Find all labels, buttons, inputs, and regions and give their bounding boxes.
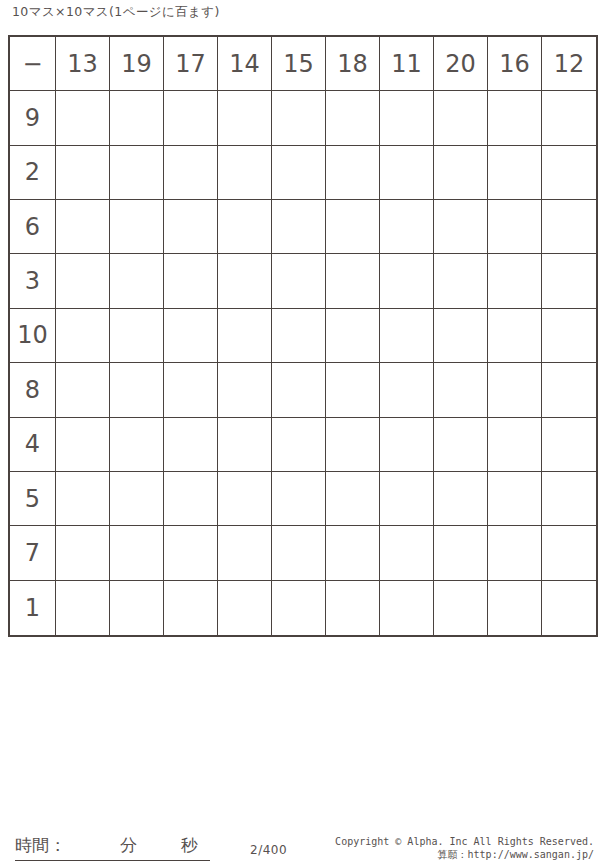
- answer-cell: [488, 418, 542, 472]
- answer-cell: [326, 91, 380, 145]
- row-header-cell: 4: [10, 418, 56, 472]
- row-header-cell: 8: [10, 363, 56, 417]
- answer-cell: [488, 363, 542, 417]
- answer-cell: [542, 200, 596, 254]
- answer-cell: [434, 418, 488, 472]
- answer-cell: [542, 418, 596, 472]
- answer-cell: [488, 200, 542, 254]
- answer-cell: [326, 254, 380, 308]
- answer-cell: [326, 581, 380, 635]
- page-title: 10マス×10マス(1ページに百ます): [12, 4, 220, 21]
- answer-cell: [272, 472, 326, 526]
- answer-cell: [56, 254, 110, 308]
- answer-cell: [488, 472, 542, 526]
- row-header-cell: 2: [10, 146, 56, 200]
- copyright-line2: 算願：http://www.sangan.jp/: [335, 849, 594, 862]
- answer-cell: [272, 363, 326, 417]
- answer-cell: [434, 200, 488, 254]
- answer-cell: [272, 309, 326, 363]
- answer-cell: [164, 146, 218, 200]
- row-header-cell: 3: [10, 254, 56, 308]
- answer-cell: [164, 418, 218, 472]
- answer-cell: [56, 91, 110, 145]
- answer-cell: [434, 581, 488, 635]
- row-header-cell: 5: [10, 472, 56, 526]
- row-header-cell: 7: [10, 526, 56, 580]
- answer-cell: [380, 418, 434, 472]
- column-header-cell: 17: [164, 37, 218, 91]
- answer-cell: [110, 254, 164, 308]
- answer-cell: [434, 363, 488, 417]
- answer-cell: [164, 581, 218, 635]
- column-header-cell: 12: [542, 37, 596, 91]
- answer-cell: [542, 309, 596, 363]
- answer-cell: [272, 200, 326, 254]
- page-number: 2/400: [250, 843, 287, 857]
- answer-cell: [380, 472, 434, 526]
- answer-cell: [56, 581, 110, 635]
- row-header-cell: 1: [10, 581, 56, 635]
- answer-cell: [488, 581, 542, 635]
- answer-cell: [110, 472, 164, 526]
- answer-cell: [434, 254, 488, 308]
- answer-cell: [542, 363, 596, 417]
- answer-cell: [272, 146, 326, 200]
- row-header-cell: 9: [10, 91, 56, 145]
- answer-cell: [218, 526, 272, 580]
- answer-cell: [218, 91, 272, 145]
- answer-cell: [110, 363, 164, 417]
- answer-cell: [56, 418, 110, 472]
- answer-cell: [326, 363, 380, 417]
- answer-cell: [434, 146, 488, 200]
- answer-cell: [164, 472, 218, 526]
- column-header-cell: 16: [488, 37, 542, 91]
- answer-cell: [434, 472, 488, 526]
- column-header-cell: 18: [326, 37, 380, 91]
- time-label: 時間：: [15, 835, 66, 855]
- column-header-cell: 19: [110, 37, 164, 91]
- answer-cell: [488, 146, 542, 200]
- answer-cell: [488, 526, 542, 580]
- answer-cell: [110, 200, 164, 254]
- column-header-cell: 15: [272, 37, 326, 91]
- answer-cell: [218, 472, 272, 526]
- answer-cell: [326, 200, 380, 254]
- answer-cell: [326, 309, 380, 363]
- answer-cell: [488, 91, 542, 145]
- answer-cell: [488, 254, 542, 308]
- time-line: 時間：分秒: [15, 834, 210, 861]
- answer-cell: [326, 418, 380, 472]
- answer-cell: [218, 200, 272, 254]
- answer-cell: [218, 146, 272, 200]
- answer-cell: [272, 526, 326, 580]
- answer-cell: [272, 581, 326, 635]
- column-header-cell: 20: [434, 37, 488, 91]
- minutes-label: 分: [120, 835, 137, 855]
- column-header-cell: 14: [218, 37, 272, 91]
- answer-cell: [326, 472, 380, 526]
- answer-cell: [56, 146, 110, 200]
- answer-cell: [380, 309, 434, 363]
- column-header-cell: 11: [380, 37, 434, 91]
- answer-cell: [218, 581, 272, 635]
- answer-cell: [434, 91, 488, 145]
- answer-cell: [434, 526, 488, 580]
- answer-cell: [542, 581, 596, 635]
- answer-cell: [110, 418, 164, 472]
- answer-cell: [488, 309, 542, 363]
- answer-cell: [56, 309, 110, 363]
- answer-cell: [326, 526, 380, 580]
- operation-cell: −: [10, 37, 56, 91]
- copyright: Copyright © Alpha. Inc All Rights Reserv…: [335, 836, 594, 861]
- seconds-label: 秒: [181, 835, 198, 855]
- answer-cell: [164, 91, 218, 145]
- column-header-cell: 13: [56, 37, 110, 91]
- answer-cell: [110, 581, 164, 635]
- answer-cell: [110, 526, 164, 580]
- answer-cell: [326, 146, 380, 200]
- copyright-line1: Copyright © Alpha. Inc All Rights Reserv…: [335, 836, 594, 849]
- answer-cell: [434, 309, 488, 363]
- answer-cell: [542, 146, 596, 200]
- answer-cell: [218, 363, 272, 417]
- row-header-cell: 6: [10, 200, 56, 254]
- answer-cell: [218, 418, 272, 472]
- answer-cell: [110, 309, 164, 363]
- answer-cell: [218, 254, 272, 308]
- answer-cell: [164, 309, 218, 363]
- answer-cell: [218, 309, 272, 363]
- answer-cell: [164, 200, 218, 254]
- calculation-grid: −1319171415181120161292631084571: [8, 35, 598, 637]
- answer-cell: [542, 91, 596, 145]
- answer-cell: [164, 363, 218, 417]
- answer-cell: [56, 472, 110, 526]
- row-header-cell: 10: [10, 309, 56, 363]
- answer-cell: [164, 526, 218, 580]
- answer-cell: [380, 581, 434, 635]
- answer-cell: [380, 254, 434, 308]
- answer-cell: [272, 254, 326, 308]
- answer-cell: [380, 200, 434, 254]
- answer-cell: [164, 254, 218, 308]
- answer-cell: [272, 91, 326, 145]
- answer-cell: [542, 526, 596, 580]
- answer-cell: [542, 254, 596, 308]
- answer-cell: [56, 526, 110, 580]
- answer-cell: [380, 526, 434, 580]
- answer-cell: [110, 146, 164, 200]
- answer-cell: [380, 363, 434, 417]
- answer-cell: [56, 200, 110, 254]
- answer-cell: [272, 418, 326, 472]
- answer-cell: [56, 363, 110, 417]
- answer-cell: [110, 91, 164, 145]
- answer-cell: [542, 472, 596, 526]
- answer-cell: [380, 146, 434, 200]
- answer-cell: [380, 91, 434, 145]
